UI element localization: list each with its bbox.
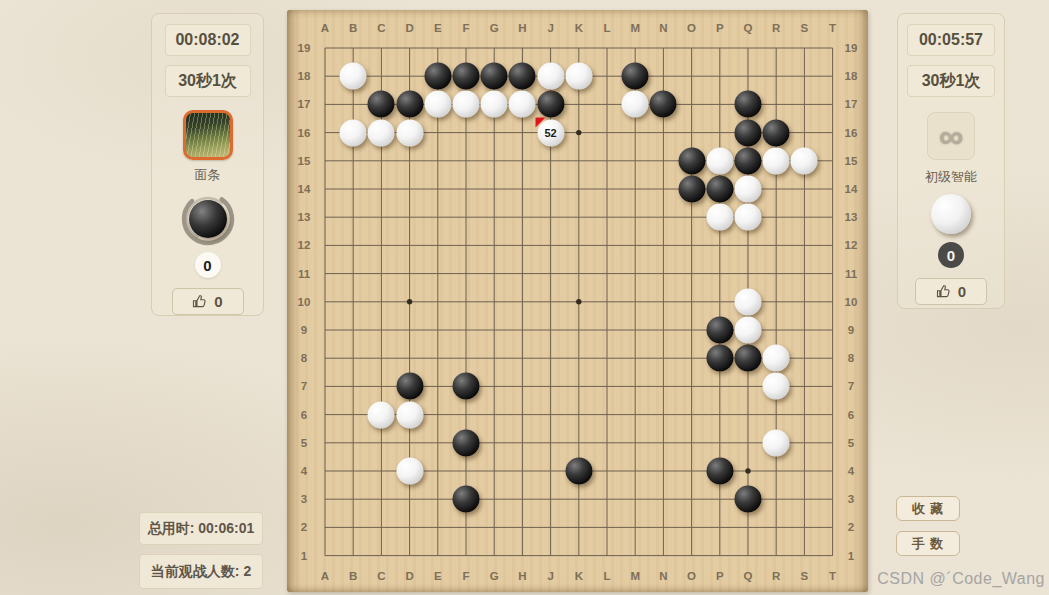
game-screen: 00:08:02 30秒1次 面条 0 0 00:05:57 30秒1次 ∞ 初… (0, 0, 1049, 595)
stone-black (706, 176, 733, 203)
white-player-panel: 00:05:57 30秒1次 ∞ 初级智能 0 0 (897, 13, 1005, 309)
board-coordinate-label: 11 (845, 268, 857, 280)
stone-black (735, 147, 762, 174)
stone-white (537, 63, 564, 90)
board-coordinate-label: 14 (298, 183, 311, 195)
board-coordinate-label: 11 (298, 268, 310, 280)
board-coordinate-label: 13 (845, 211, 858, 223)
board-coordinate-label: 12 (298, 239, 311, 251)
board-coordinate-label: K (575, 22, 583, 34)
board-coordinate-label: O (687, 22, 696, 34)
black-byoyomi: 30秒1次 (165, 65, 251, 97)
stone-black (565, 458, 592, 485)
board-coordinate-label: 1 (848, 550, 854, 562)
board-coordinate-label: 6 (301, 409, 307, 421)
stone-black (396, 373, 423, 400)
spectator-count-label: 当前观战人数: 2 (139, 554, 263, 589)
infinity-icon: ∞ (939, 117, 963, 156)
board-coordinate-label: 8 (301, 352, 307, 364)
board-coordinate-label: L (603, 570, 610, 582)
stone-black (735, 345, 762, 372)
stone-white (509, 91, 536, 118)
board-coordinate-label: 4 (848, 465, 854, 477)
board-coordinate-label: C (377, 22, 385, 34)
board-coordinate-label: A (321, 22, 329, 34)
white-like-button[interactable]: 0 (915, 278, 987, 305)
stone-white (706, 147, 733, 174)
board-coordinate-label: O (687, 570, 696, 582)
last-move-stone: 52 (537, 119, 564, 146)
board-coordinate-label: 19 (845, 42, 858, 54)
stone-white (368, 401, 395, 428)
go-board[interactable]: AABBCCDDEEFFGGHHJJKKLLMMNNOOPPQQRRSSTT11… (287, 10, 868, 592)
board-coordinate-label: R (772, 570, 780, 582)
board-coordinate-label: N (659, 22, 667, 34)
board-coordinate-label: 15 (845, 155, 858, 167)
stone-black (735, 91, 762, 118)
stone-white (735, 288, 762, 315)
board-coordinate-label: 4 (301, 465, 307, 477)
white-timer: 00:05:57 (907, 24, 995, 56)
stone-white (340, 119, 367, 146)
white-player-avatar: ∞ (927, 112, 975, 160)
stone-black (763, 119, 790, 146)
stone-black (396, 91, 423, 118)
stone-black (481, 63, 508, 90)
stone-black (706, 317, 733, 344)
board-coordinate-label: 7 (301, 380, 307, 392)
stone-black (678, 176, 705, 203)
stone-white (340, 63, 367, 90)
board-coordinate-label: M (630, 570, 640, 582)
board-coordinate-label: 9 (848, 324, 854, 336)
move-count-button[interactable]: 手 数 (896, 531, 960, 556)
stone-black (735, 486, 762, 513)
board-coordinate-label: T (829, 570, 836, 582)
board-coordinate-label: H (518, 570, 526, 582)
thumb-up-icon (936, 284, 951, 299)
board-coordinate-label: 16 (298, 127, 311, 139)
stone-black (706, 458, 733, 485)
board-coordinate-label: G (490, 22, 499, 34)
board-coordinate-label: P (716, 570, 724, 582)
black-stone-icon (189, 200, 227, 238)
stone-white (735, 176, 762, 203)
stone-white (735, 204, 762, 231)
board-coordinate-label: 3 (301, 493, 307, 505)
board-coordinate-label: 18 (845, 70, 858, 82)
stone-black (453, 429, 480, 456)
watermark: CSDN @´Code_Wang (877, 570, 1045, 588)
board-coordinate-label: 14 (845, 183, 858, 195)
stone-black (453, 63, 480, 90)
black-timer: 00:08:02 (165, 24, 251, 56)
stone-white (763, 373, 790, 400)
stone-black (424, 63, 451, 90)
board-coordinate-label: J (547, 22, 553, 34)
white-captures-badge: 0 (938, 242, 964, 268)
black-stone-indicator (179, 190, 237, 248)
stone-black (537, 91, 564, 118)
board-coordinate-label: 13 (298, 211, 311, 223)
board-coordinate-label: N (659, 570, 667, 582)
stone-white (735, 317, 762, 344)
board-coordinate-label: 12 (845, 239, 858, 251)
stone-black (509, 63, 536, 90)
board-coordinate-label: 5 (848, 437, 854, 449)
board-coordinate-label: 9 (301, 324, 307, 336)
white-player-name: 初级智能 (925, 168, 977, 186)
stone-black (706, 345, 733, 372)
white-stone-icon (931, 194, 971, 234)
board-coordinate-label: T (829, 22, 836, 34)
favorite-button[interactable]: 收 藏 (896, 496, 960, 521)
stone-white (622, 91, 649, 118)
stone-white (396, 458, 423, 485)
board-coordinate-label: G (490, 570, 499, 582)
stone-white (763, 345, 790, 372)
board-coordinate-label: 3 (848, 493, 854, 505)
stone-white (424, 91, 451, 118)
board-coordinate-label: 7 (848, 380, 854, 392)
stone-white (396, 401, 423, 428)
stone-white (763, 147, 790, 174)
board-coordinate-label: D (405, 570, 413, 582)
board-coordinate-label: 19 (298, 42, 311, 54)
board-coordinate-label: A (321, 570, 329, 582)
black-player-panel: 00:08:02 30秒1次 面条 0 0 (151, 13, 264, 316)
stone-white (565, 63, 592, 90)
board-coordinate-label: 15 (298, 155, 311, 167)
board-coordinate-label: D (405, 22, 413, 34)
stone-black (650, 91, 677, 118)
stone-white (481, 91, 508, 118)
black-captures-badge: 0 (195, 252, 221, 278)
board-coordinate-label: 2 (848, 521, 854, 533)
board-coordinate-label: 5 (301, 437, 307, 449)
stone-white (706, 204, 733, 231)
board-coordinate-label: F (462, 570, 469, 582)
stone-black (453, 486, 480, 513)
board-coordinate-label: 17 (845, 98, 858, 110)
board-coordinate-label: 10 (298, 296, 311, 308)
white-like-count: 0 (958, 283, 966, 300)
board-coordinate-label: 16 (845, 127, 858, 139)
stone-white (763, 429, 790, 456)
board-coordinate-label: J (547, 570, 553, 582)
board-coordinate-label: 6 (848, 409, 854, 421)
stone-white (791, 147, 818, 174)
board-coordinate-label: P (716, 22, 724, 34)
stone-black (453, 373, 480, 400)
board-coordinate-label: Q (744, 570, 753, 582)
board-coordinate-label: H (518, 22, 526, 34)
board-coordinate-label: E (434, 570, 442, 582)
board-coordinate-label: 2 (301, 521, 307, 533)
board-coordinate-label: R (772, 22, 780, 34)
last-move-number: 52 (537, 119, 564, 146)
stone-black (735, 119, 762, 146)
stone-black (678, 147, 705, 174)
board-coordinate-label: L (603, 22, 610, 34)
black-player-avatar (183, 110, 233, 160)
stone-white (396, 119, 423, 146)
board-coordinate-label: E (434, 22, 442, 34)
board-coordinate-label: B (349, 570, 357, 582)
board-coordinate-label: 18 (298, 70, 311, 82)
board-coordinate-label: F (462, 22, 469, 34)
board-coordinate-label: S (801, 22, 809, 34)
stone-white (453, 91, 480, 118)
stone-black (622, 63, 649, 90)
board-coordinate-label: 17 (298, 98, 311, 110)
board-coordinate-label: B (349, 22, 357, 34)
board-coordinate-label: 1 (301, 550, 307, 562)
board-coordinate-label: C (377, 570, 385, 582)
white-byoyomi: 30秒1次 (907, 65, 995, 97)
black-like-button[interactable]: 0 (172, 288, 244, 315)
board-coordinate-label: M (630, 22, 640, 34)
stone-white (368, 119, 395, 146)
black-like-count: 0 (214, 293, 222, 310)
black-player-name: 面条 (195, 166, 221, 184)
stone-black (368, 91, 395, 118)
total-time-label: 总用时: 00:06:01 (139, 512, 263, 545)
board-coordinate-label: 8 (848, 352, 854, 364)
board-coordinate-label: S (801, 570, 809, 582)
thumb-up-icon (192, 294, 207, 309)
board-coordinate-label: Q (744, 22, 753, 34)
board-coordinate-label: 10 (845, 296, 858, 308)
board-coordinate-label: K (575, 570, 583, 582)
